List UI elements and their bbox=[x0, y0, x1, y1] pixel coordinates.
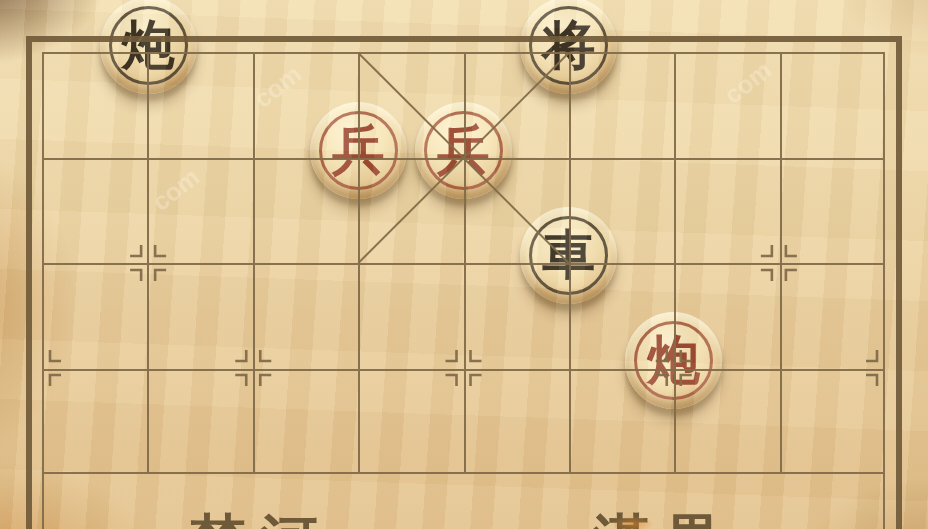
palace-and-markers bbox=[42, 52, 885, 476]
river-label-chu: 楚河 bbox=[188, 503, 332, 529]
river-accent bbox=[613, 516, 653, 529]
river-band: 楚河 漢界 bbox=[42, 474, 885, 529]
xiangqi-board[interactable]: 楚河 漢界 com com com 炮将兵兵車炮 bbox=[0, 0, 928, 529]
